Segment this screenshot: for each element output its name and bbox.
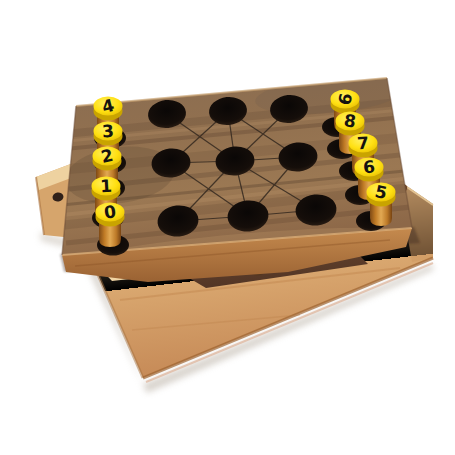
photo-stage: 4 3 2 1 0	[0, 0, 455, 455]
peg-number: 7	[356, 133, 369, 154]
peg-number: 1	[100, 176, 113, 197]
peg-number: 3	[101, 121, 114, 142]
peg-number: 6	[362, 156, 376, 177]
scene: 4 3 2 1 0	[0, 0, 455, 455]
